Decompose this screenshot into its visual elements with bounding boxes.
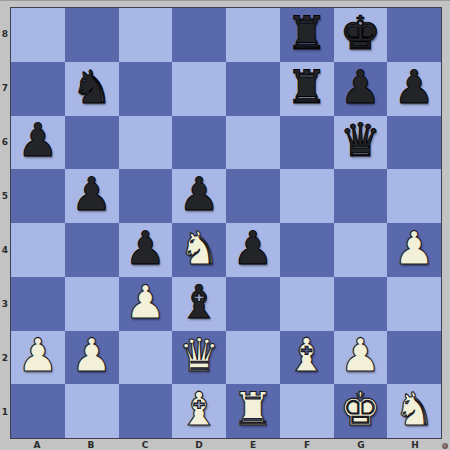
black-rook[interactable]: ♜: [286, 10, 327, 56]
white-bishop[interactable]: ♝: [179, 386, 220, 432]
square-c6[interactable]: [119, 116, 173, 170]
corner-marker-dot: [442, 443, 448, 449]
white-king[interactable]: ♚: [340, 386, 381, 432]
rank-label-2: 2: [0, 331, 10, 385]
white-pawn[interactable]: ♟: [394, 225, 435, 271]
black-bishop[interactable]: ♝: [179, 279, 220, 325]
square-c2[interactable]: [119, 331, 173, 385]
square-h2[interactable]: [387, 331, 441, 385]
square-d5[interactable]: ♟: [172, 169, 226, 223]
rank-label-7: 7: [0, 61, 10, 115]
white-bishop[interactable]: ♝: [286, 332, 327, 378]
white-rook[interactable]: ♜: [232, 386, 273, 432]
square-a8[interactable]: [11, 8, 65, 62]
black-pawn[interactable]: ♟: [71, 171, 112, 217]
square-b4[interactable]: [65, 223, 119, 277]
square-h5[interactable]: [387, 169, 441, 223]
file-label-b: B: [64, 438, 118, 450]
square-g2[interactable]: ♟: [334, 331, 388, 385]
chess-board: ♜♚♞♜♟♟♟♛♟♟♟♞♟♟♟♝♟♟♛♝♟♝♜♚♞: [10, 7, 442, 439]
square-h3[interactable]: [387, 277, 441, 331]
white-pawn[interactable]: ♟: [71, 332, 112, 378]
rank-label-5: 5: [0, 169, 10, 223]
black-knight[interactable]: ♞: [71, 64, 112, 110]
square-f1[interactable]: [280, 384, 334, 438]
square-h1[interactable]: ♞: [387, 384, 441, 438]
square-f3[interactable]: [280, 277, 334, 331]
square-c1[interactable]: [119, 384, 173, 438]
file-label-d: D: [172, 438, 226, 450]
square-g1[interactable]: ♚: [334, 384, 388, 438]
square-a1[interactable]: [11, 384, 65, 438]
square-b2[interactable]: ♟: [65, 331, 119, 385]
file-label-c: C: [118, 438, 172, 450]
rank-label-1: 1: [0, 385, 10, 439]
board-frame: 87654321 ♜♚♞♜♟♟♟♛♟♟♟♞♟♟♟♝♟♟♛♝♟♝♜♚♞ ABCDE…: [0, 0, 450, 450]
square-f5[interactable]: [280, 169, 334, 223]
square-g7[interactable]: ♟: [334, 62, 388, 116]
square-h7[interactable]: ♟: [387, 62, 441, 116]
square-f4[interactable]: [280, 223, 334, 277]
square-e6[interactable]: [226, 116, 280, 170]
square-e2[interactable]: [226, 331, 280, 385]
black-pawn[interactable]: ♟: [232, 225, 273, 271]
square-a6[interactable]: ♟: [11, 116, 65, 170]
square-d4[interactable]: ♞: [172, 223, 226, 277]
rank-label-3: 3: [0, 277, 10, 331]
file-label-a: A: [10, 438, 64, 450]
square-b7[interactable]: ♞: [65, 62, 119, 116]
black-queen[interactable]: ♛: [340, 117, 381, 163]
rank-label-8: 8: [0, 7, 10, 61]
square-f8[interactable]: ♜: [280, 8, 334, 62]
square-b5[interactable]: ♟: [65, 169, 119, 223]
rank-coordinates: 87654321: [0, 7, 10, 439]
white-pawn[interactable]: ♟: [340, 332, 381, 378]
black-king[interactable]: ♚: [340, 10, 381, 56]
square-f6[interactable]: [280, 116, 334, 170]
file-label-h: H: [388, 438, 442, 450]
file-coordinates: ABCDEFGH: [10, 438, 442, 450]
square-b8[interactable]: [65, 8, 119, 62]
square-d2[interactable]: ♛: [172, 331, 226, 385]
square-b1[interactable]: [65, 384, 119, 438]
square-a2[interactable]: ♟: [11, 331, 65, 385]
white-queen[interactable]: ♛: [179, 332, 220, 378]
square-b6[interactable]: [65, 116, 119, 170]
white-pawn[interactable]: ♟: [125, 279, 166, 325]
black-pawn[interactable]: ♟: [394, 64, 435, 110]
square-b3[interactable]: [65, 277, 119, 331]
square-g4[interactable]: [334, 223, 388, 277]
square-a4[interactable]: [11, 223, 65, 277]
file-label-g: G: [334, 438, 388, 450]
square-f2[interactable]: ♝: [280, 331, 334, 385]
black-rook[interactable]: ♜: [286, 64, 327, 110]
white-pawn[interactable]: ♟: [17, 332, 58, 378]
square-e4[interactable]: ♟: [226, 223, 280, 277]
rank-label-6: 6: [0, 115, 10, 169]
black-pawn[interactable]: ♟: [17, 117, 58, 163]
square-d1[interactable]: ♝: [172, 384, 226, 438]
white-knight[interactable]: ♞: [394, 386, 435, 432]
square-e3[interactable]: [226, 277, 280, 331]
black-pawn[interactable]: ♟: [340, 64, 381, 110]
file-label-f: F: [280, 438, 334, 450]
square-g6[interactable]: ♛: [334, 116, 388, 170]
square-h4[interactable]: ♟: [387, 223, 441, 277]
square-g3[interactable]: [334, 277, 388, 331]
square-d7[interactable]: [172, 62, 226, 116]
square-d8[interactable]: [172, 8, 226, 62]
black-pawn[interactable]: ♟: [179, 171, 220, 217]
rank-label-4: 4: [0, 223, 10, 277]
square-a5[interactable]: [11, 169, 65, 223]
file-label-e: E: [226, 438, 280, 450]
square-h8[interactable]: [387, 8, 441, 62]
square-c8[interactable]: [119, 8, 173, 62]
square-d6[interactable]: [172, 116, 226, 170]
square-e5[interactable]: [226, 169, 280, 223]
square-d3[interactable]: ♝: [172, 277, 226, 331]
square-g5[interactable]: [334, 169, 388, 223]
square-e1[interactable]: ♜: [226, 384, 280, 438]
square-c3[interactable]: ♟: [119, 277, 173, 331]
square-c5[interactable]: [119, 169, 173, 223]
square-a7[interactable]: [11, 62, 65, 116]
square-c7[interactable]: [119, 62, 173, 116]
square-h6[interactable]: [387, 116, 441, 170]
square-g8[interactable]: ♚: [334, 8, 388, 62]
square-f7[interactable]: ♜: [280, 62, 334, 116]
square-e7[interactable]: [226, 62, 280, 116]
square-c4[interactable]: ♟: [119, 223, 173, 277]
black-pawn[interactable]: ♟: [125, 225, 166, 271]
white-knight[interactable]: ♞: [179, 225, 220, 271]
square-e8[interactable]: [226, 8, 280, 62]
square-a3[interactable]: [11, 277, 65, 331]
